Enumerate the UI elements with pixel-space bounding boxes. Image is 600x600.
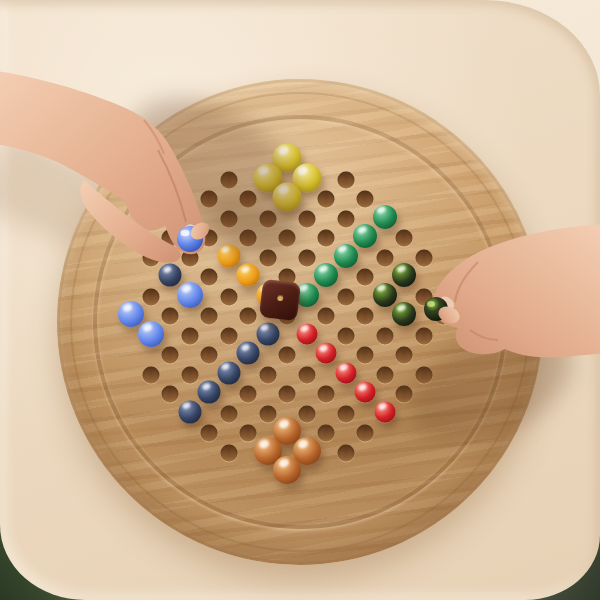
scene <box>0 0 600 600</box>
left-hand <box>0 70 205 263</box>
hands-layer <box>0 0 600 600</box>
right-hand <box>433 224 600 358</box>
